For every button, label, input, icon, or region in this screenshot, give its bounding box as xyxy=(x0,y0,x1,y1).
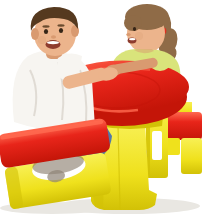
boy-nose xyxy=(51,35,56,39)
boy-ear-left xyxy=(31,28,39,40)
table-right-leg-slot xyxy=(152,131,162,160)
girl-eyebrow xyxy=(131,24,137,26)
right-bench-far-leg xyxy=(181,138,202,174)
girl-eye xyxy=(133,27,136,31)
boy-eye-right xyxy=(59,28,63,33)
boy-eye-left xyxy=(44,29,48,34)
boy xyxy=(13,7,95,131)
boy-eyebrow-left xyxy=(42,25,49,27)
boy-cheek xyxy=(38,36,46,44)
boy-torso xyxy=(13,50,95,131)
picnic-table-illustration xyxy=(0,0,203,220)
girl-cheek xyxy=(135,32,143,40)
boy-teeth xyxy=(47,41,59,44)
girl-nose xyxy=(126,33,130,36)
girl-teeth xyxy=(129,38,135,40)
photo-scene xyxy=(0,0,203,220)
boy-eyebrow-right xyxy=(57,24,64,26)
